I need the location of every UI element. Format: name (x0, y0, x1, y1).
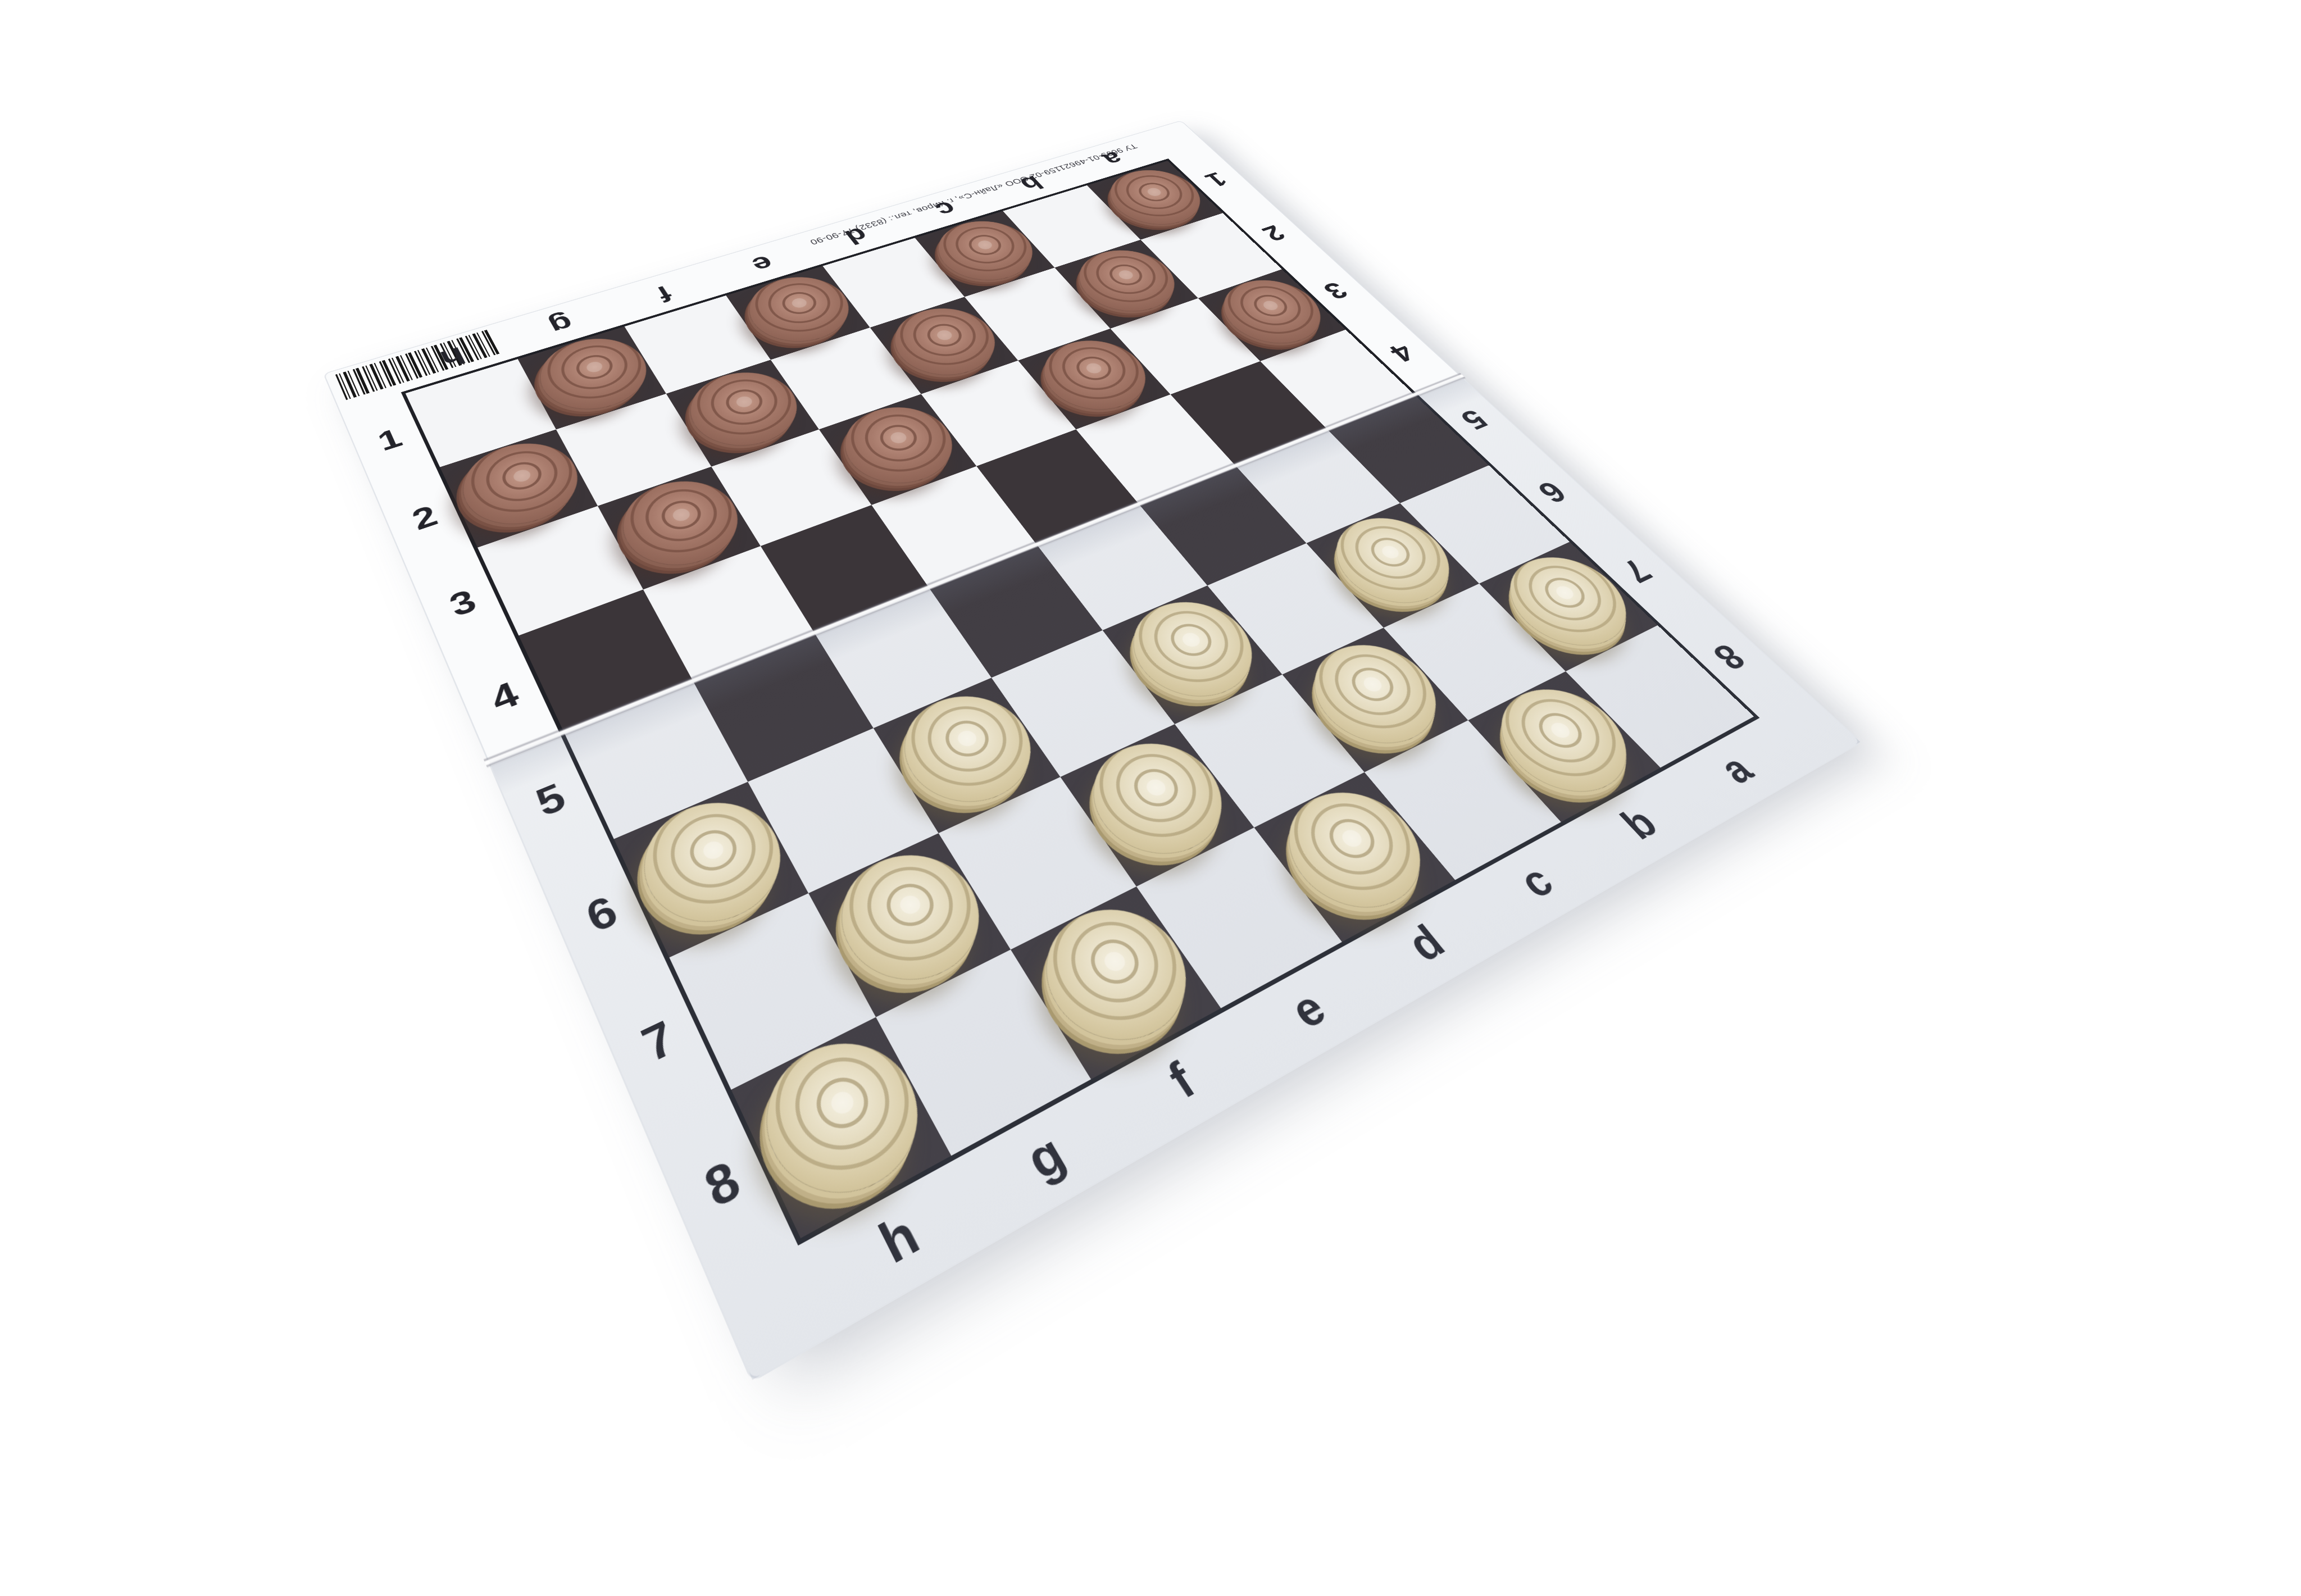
photo-scene: ТУ 9695-01-49621159-02 ООО «Лайн-С», г. … (0, 0, 2301, 1596)
checkers-board: ТУ 9695-01-49621159-02 ООО «Лайн-С», г. … (323, 120, 1862, 1383)
